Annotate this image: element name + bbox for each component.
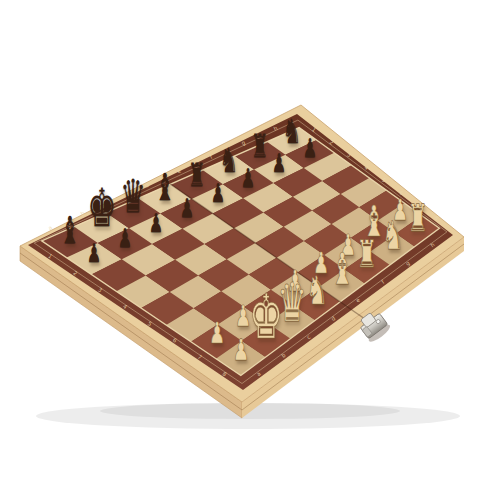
product-photo-stage: aabbccddeeffgghh1122334455667788 ♞♟♜♟♞♟♜… [0,0,500,500]
chess-board: aabbccddeeffgghh1122334455667788 [0,0,500,500]
file-label-black-side: a [48,224,54,231]
